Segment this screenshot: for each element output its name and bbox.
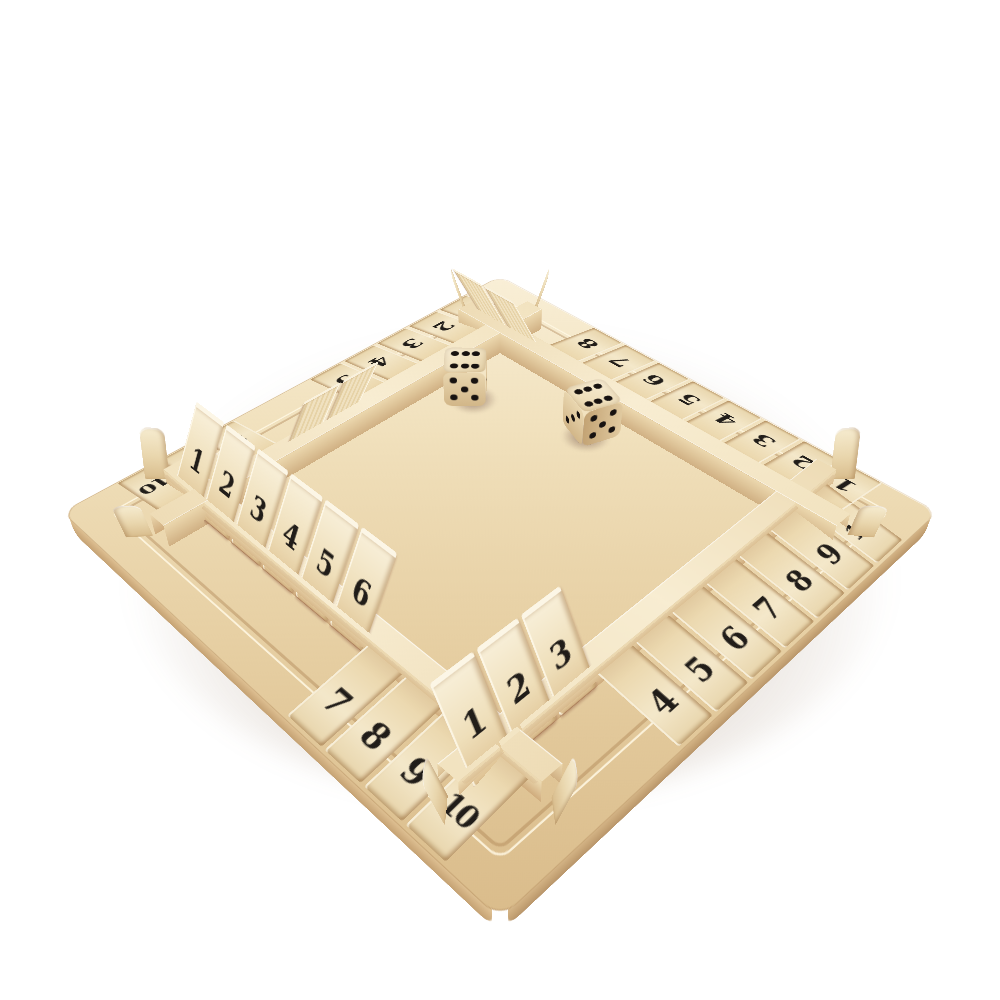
tile-number-front-right-8: 8: [779, 565, 819, 598]
pip: [608, 426, 615, 434]
tile-number-back-right-4: 4: [710, 411, 743, 428]
tile-number-front-left-8: 8: [353, 716, 398, 756]
pip: [566, 415, 570, 425]
tile-number-front-right-7: 7: [747, 592, 788, 626]
tile-number-front-right-1: 1: [458, 699, 491, 746]
pip: [471, 395, 478, 401]
pip: [461, 351, 470, 356]
die-1-front-face-5: [443, 372, 486, 406]
game-board: 12345678910 12345678910 12345678910 1234…: [62, 276, 939, 920]
shut-the-box-photo: 12345678910 12345678910 12345678910 1234…: [0, 0, 1000, 1000]
tile-number-front-left-6: 6: [349, 570, 375, 613]
pip: [450, 377, 458, 383]
tile-number-front-left-5: 5: [313, 542, 338, 584]
tile-number-back-right-8: 8: [572, 336, 603, 350]
tile-number-front-right-2: 2: [503, 664, 534, 710]
tile-number-front-left-1: 1: [187, 442, 207, 480]
pip: [592, 383, 603, 390]
tile-number-front-left-2: 2: [216, 465, 237, 504]
pip: [583, 400, 595, 407]
tile-number-front-right-3: 3: [546, 631, 575, 676]
pip: [593, 398, 605, 405]
pip: [471, 364, 480, 369]
pip: [576, 410, 580, 420]
tile-number-front-right-9: 9: [810, 538, 849, 569]
pip: [460, 386, 467, 392]
tile-number-front-left-3: 3: [247, 490, 269, 530]
tile-number-front-left-4: 4: [279, 515, 303, 556]
pip: [599, 420, 606, 428]
tile-number-back-left-2: 2: [428, 319, 459, 333]
pip: [589, 431, 596, 439]
pip: [573, 388, 585, 395]
tile-number-front-right-5: 5: [678, 651, 721, 688]
tile-number-front-left-7: 7: [315, 682, 359, 721]
pip: [590, 414, 597, 422]
pip: [571, 412, 575, 422]
pip: [451, 351, 460, 356]
tile-number-back-right-7: 7: [605, 354, 636, 369]
tile-number-back-right-6: 6: [638, 372, 670, 388]
pip: [472, 351, 480, 356]
pip: [582, 386, 594, 393]
tile-number-back-left-3: 3: [397, 336, 428, 350]
pip: [450, 363, 459, 368]
pip: [460, 364, 469, 369]
tile-number-front-right-6: 6: [714, 621, 756, 656]
tile-number-back-right-3: 3: [747, 431, 780, 449]
pip: [602, 395, 614, 402]
tile-number-back-right-5: 5: [673, 391, 705, 408]
pip: [450, 394, 457, 400]
die-1-top-face-6: [443, 347, 487, 372]
pip: [610, 409, 617, 417]
tile-number-front-right-4: 4: [641, 682, 685, 721]
die-1[interactable]: [444, 381, 487, 407]
pip: [471, 378, 478, 384]
